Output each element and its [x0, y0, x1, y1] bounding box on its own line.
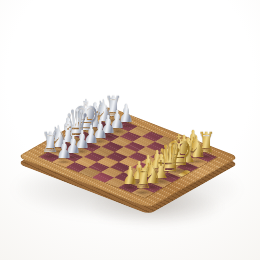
black-rook-icon: ♜ [133, 165, 152, 193]
piece-black-rook-a8[interactable]: ♜ [130, 165, 155, 193]
piece-white-pawn-a2[interactable]: ♟ [52, 137, 74, 162]
white-pawn-icon: ♟ [55, 137, 72, 162]
chess-set-photo: ♜♞♝♛♚♝♞♜♟♟♟♟♟♟♟♟♟♟♟♟♟♟♟♟♜♞♝♛♚♝♞♜ [0, 0, 260, 260]
pieces-layer: ♜♞♝♛♚♝♞♜♟♟♟♟♟♟♟♟♟♟♟♟♟♟♟♟♜♞♝♛♚♝♞♜ [0, 0, 260, 260]
